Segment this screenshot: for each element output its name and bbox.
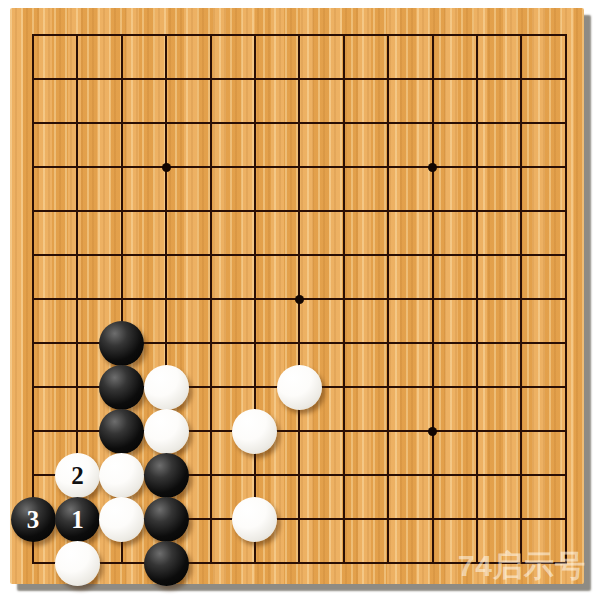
stone-white	[99, 453, 144, 498]
stone-black	[144, 453, 189, 498]
stone-white	[232, 497, 277, 542]
stone-black	[99, 409, 144, 454]
stone-white	[55, 541, 100, 586]
move-label: 1	[71, 507, 84, 532]
stone-black: 3	[11, 497, 56, 542]
stone-white: 2	[55, 453, 100, 498]
stone-white	[232, 409, 277, 454]
go-diagram: 231 74启示号	[0, 0, 600, 600]
stone-black: 1	[55, 497, 100, 542]
stone-white	[99, 497, 144, 542]
stone-white	[144, 365, 189, 410]
stone-black	[99, 321, 144, 366]
move-label: 3	[27, 507, 40, 532]
stones-grid: 231	[11, 13, 588, 585]
stone-black	[99, 365, 144, 410]
stone-black	[144, 497, 189, 542]
move-label: 2	[71, 463, 84, 488]
watermark-text: 74启示号	[458, 546, 586, 587]
stone-white	[277, 365, 322, 410]
stone-white	[144, 409, 189, 454]
stone-black	[144, 541, 189, 586]
